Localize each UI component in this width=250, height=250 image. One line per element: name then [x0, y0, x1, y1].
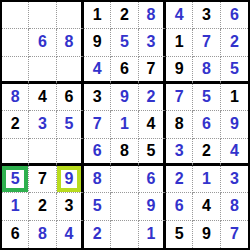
solved-digit: 1 — [120, 116, 129, 132]
solved-digit: 8 — [230, 198, 239, 214]
cell-r7c6[interactable]: 6 — [139, 166, 166, 193]
cell-r3c9[interactable]: 5 — [221, 57, 248, 84]
cell-r9c4[interactable]: 2 — [84, 221, 111, 248]
cell-r5c5[interactable]: 1 — [111, 111, 138, 138]
given-digit: 2 — [120, 7, 129, 23]
cell-r8c6[interactable]: 9 — [139, 193, 166, 220]
cell-r6c9[interactable]: 4 — [221, 139, 248, 166]
given-digit: 2 — [202, 143, 211, 159]
cell-r2c5[interactable]: 5 — [111, 29, 138, 56]
cell-r3c6[interactable]: 7 — [139, 57, 166, 84]
given-digit: 6 — [64, 89, 73, 105]
cell-r9c1[interactable]: 6 — [2, 221, 29, 248]
cell-r8c4[interactable]: 5 — [84, 193, 111, 220]
cell-r3c5[interactable]: 6 — [111, 57, 138, 84]
cell-r7c3[interactable]: 9 — [57, 166, 84, 193]
given-digit: 3 — [93, 89, 102, 105]
cell-r2c9[interactable]: 2 — [221, 29, 248, 56]
cell-r9c2[interactable]: 8 — [29, 221, 56, 248]
given-digit: 1 — [230, 89, 239, 105]
solved-digit: 7 — [175, 89, 184, 105]
solved-digit: 6 — [202, 116, 211, 132]
solved-digit: 8 — [11, 89, 20, 105]
cell-r4c3[interactable]: 6 — [57, 84, 84, 111]
cell-r3c4[interactable]: 4 — [84, 57, 111, 84]
cell-r2c7[interactable]: 1 — [166, 29, 193, 56]
given-digit: 3 — [64, 198, 73, 214]
solved-digit: 1 — [146, 226, 155, 242]
given-digit: 8 — [120, 143, 129, 159]
cell-r6c1[interactable] — [2, 139, 29, 166]
highlight-inner: 9 — [61, 170, 77, 188]
solved-digit: 5 — [64, 116, 73, 132]
solved-digit: 7 — [93, 116, 102, 132]
solved-digit: 9 — [64, 171, 73, 187]
solved-digit: 8 — [146, 7, 155, 23]
given-digit: 5 — [175, 226, 184, 242]
solved-digit: 5 — [120, 34, 129, 50]
given-digit: 4 — [202, 198, 211, 214]
cell-r6c3[interactable] — [57, 139, 84, 166]
cell-r4c6[interactable]: 2 — [139, 84, 166, 111]
cell-r3c7[interactable]: 9 — [166, 57, 193, 84]
cell-r6c2[interactable] — [29, 139, 56, 166]
solved-digit: 4 — [175, 7, 184, 23]
cell-r8c1[interactable]: 1 — [2, 193, 29, 220]
given-digit: 4 — [146, 116, 155, 132]
highlight-yellow-frame: 9 — [57, 166, 81, 192]
given-digit: 3 — [202, 7, 211, 23]
solved-digit: 6 — [175, 198, 184, 214]
cell-r1c7[interactable]: 4 — [166, 2, 193, 29]
cell-r4c7[interactable]: 7 — [166, 84, 193, 111]
solved-digit: 8 — [202, 61, 211, 77]
cell-r7c7[interactable]: 2 — [166, 166, 193, 193]
cell-r3c1[interactable] — [2, 57, 29, 84]
solved-digit: 4 — [64, 226, 73, 242]
cell-r4c9[interactable]: 1 — [221, 84, 248, 111]
cell-r4c2[interactable]: 4 — [29, 84, 56, 111]
cell-r7c4[interactable]: 8 — [84, 166, 111, 193]
cell-r5c3[interactable]: 5 — [57, 111, 84, 138]
cell-r8c2[interactable]: 2 — [29, 193, 56, 220]
cell-r2c6[interactable]: 3 — [139, 29, 166, 56]
solved-digit: 1 — [202, 171, 211, 187]
cell-r7c5[interactable] — [111, 166, 138, 193]
cell-r1c1[interactable] — [2, 2, 29, 29]
given-digit: 2 — [11, 116, 20, 132]
cell-r9c3[interactable]: 4 — [57, 221, 84, 248]
given-digit: 1 — [93, 7, 102, 23]
cell-r4c1[interactable]: 8 — [2, 84, 29, 111]
cell-r5c6[interactable]: 4 — [139, 111, 166, 138]
cell-r5c2[interactable]: 3 — [29, 111, 56, 138]
given-digit: 4 — [38, 89, 47, 105]
cell-r1c8[interactable]: 3 — [193, 2, 220, 29]
cell-r7c9[interactable]: 3 — [221, 166, 248, 193]
cell-r8c8[interactable]: 4 — [193, 193, 220, 220]
cell-r1c6[interactable]: 8 — [139, 2, 166, 29]
cell-r2c2[interactable]: 6 — [29, 29, 56, 56]
solved-digit: 2 — [93, 226, 102, 242]
cell-r9c5[interactable] — [111, 221, 138, 248]
cell-r7c2[interactable]: 7 — [29, 166, 56, 193]
solved-digit: 2 — [230, 34, 239, 50]
solved-digit: 5 — [230, 61, 239, 77]
cell-r9c9[interactable]: 7 — [221, 221, 248, 248]
solved-digit: 3 — [38, 116, 47, 132]
solved-digit: 6 — [38, 34, 47, 50]
cell-r3c3[interactable] — [57, 57, 84, 84]
cell-r4c5[interactable]: 9 — [111, 84, 138, 111]
cell-r9c7[interactable]: 5 — [166, 221, 193, 248]
cell-r1c5[interactable]: 2 — [111, 2, 138, 29]
cell-r6c6[interactable]: 5 — [139, 139, 166, 166]
solved-digit: 5 — [202, 89, 211, 105]
cell-r5c8[interactable]: 6 — [193, 111, 220, 138]
solved-digit: 3 — [146, 34, 155, 50]
solved-digit: 8 — [64, 34, 73, 50]
solved-digit: 4 — [93, 61, 102, 77]
cell-r5c4[interactable]: 7 — [84, 111, 111, 138]
cell-r9c8[interactable]: 9 — [193, 221, 220, 248]
cell-r6c4[interactable]: 6 — [84, 139, 111, 166]
cell-r8c7[interactable]: 6 — [166, 193, 193, 220]
cell-r9c6[interactable]: 1 — [139, 221, 166, 248]
solved-digit: 6 — [146, 171, 155, 187]
solved-digit: 5 — [93, 198, 102, 214]
cell-r3c2[interactable] — [29, 57, 56, 84]
given-digit: 6 — [120, 61, 129, 77]
solved-digit: 5 — [11, 171, 20, 187]
cell-r6c7[interactable]: 3 — [166, 139, 193, 166]
cell-r8c9[interactable]: 8 — [221, 193, 248, 220]
solved-digit: 8 — [93, 171, 102, 187]
solved-digit: 7 — [202, 34, 211, 50]
given-digit: 1 — [175, 34, 184, 50]
given-digit: 9 — [202, 226, 211, 242]
solved-digit: 4 — [230, 143, 239, 159]
sudoku-board: 1284366895317246798584639275123571486968… — [0, 0, 250, 250]
solved-digit: 9 — [120, 89, 129, 105]
solved-digit: 2 — [175, 171, 184, 187]
solved-digit: 3 — [230, 171, 239, 187]
given-digit: 7 — [146, 61, 155, 77]
solved-digit: 7 — [230, 226, 239, 242]
solved-digit: 3 — [175, 143, 184, 159]
given-digit: 5 — [146, 143, 155, 159]
cell-r3c8[interactable]: 8 — [193, 57, 220, 84]
cell-r1c4[interactable]: 1 — [84, 2, 111, 29]
cell-r6c8[interactable]: 2 — [193, 139, 220, 166]
given-digit: 2 — [38, 198, 47, 214]
cell-r7c1[interactable]: 5 — [2, 166, 29, 193]
given-digit: 8 — [175, 116, 184, 132]
cell-r5c1[interactable]: 2 — [2, 111, 29, 138]
given-digit: 9 — [93, 34, 102, 50]
cell-r2c4[interactable]: 9 — [84, 29, 111, 56]
cell-r5c9[interactable]: 9 — [221, 111, 248, 138]
solved-digit: 6 — [93, 143, 102, 159]
cell-r2c1[interactable] — [2, 29, 29, 56]
solved-digit: 6 — [230, 7, 239, 23]
cell-r1c3[interactable] — [57, 2, 84, 29]
given-digit: 9 — [175, 61, 184, 77]
cell-r2c3[interactable]: 8 — [57, 29, 84, 56]
cell-r8c3[interactable]: 3 — [57, 193, 84, 220]
cell-r1c9[interactable]: 6 — [221, 2, 248, 29]
cell-r8c5[interactable] — [111, 193, 138, 220]
cell-r6c5[interactable]: 8 — [111, 139, 138, 166]
cell-r2c8[interactable]: 7 — [193, 29, 220, 56]
highlight-green-frame: 5 — [2, 166, 28, 192]
cell-r7c8[interactable]: 1 — [193, 166, 220, 193]
given-digit: 6 — [11, 226, 20, 242]
cell-r4c8[interactable]: 5 — [193, 84, 220, 111]
solved-digit: 2 — [146, 89, 155, 105]
solved-digit: 8 — [38, 226, 47, 242]
solved-digit: 9 — [146, 198, 155, 214]
cell-r5c7[interactable]: 8 — [166, 111, 193, 138]
cell-r4c4[interactable]: 3 — [84, 84, 111, 111]
highlight-inner: 5 — [6, 170, 24, 188]
given-digit: 7 — [38, 171, 47, 187]
cell-r1c2[interactable] — [29, 2, 56, 29]
solved-digit: 9 — [230, 116, 239, 132]
solved-digit: 1 — [11, 198, 20, 214]
